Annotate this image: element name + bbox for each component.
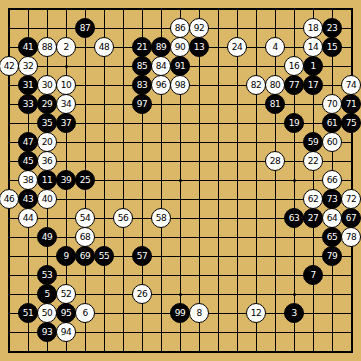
stone-black-53: 53 bbox=[37, 265, 57, 285]
stone-white-96: 96 bbox=[151, 75, 171, 95]
stone-black-65: 65 bbox=[322, 227, 342, 247]
stone-white-62: 62 bbox=[303, 189, 323, 209]
stone-black-1: 1 bbox=[303, 56, 323, 76]
stone-black-89: 89 bbox=[151, 37, 171, 57]
stone-white-48: 48 bbox=[94, 37, 114, 57]
stone-white-52: 52 bbox=[56, 284, 76, 304]
stone-black-9: 9 bbox=[56, 246, 76, 266]
stone-black-49: 49 bbox=[37, 227, 57, 247]
stone-white-80: 80 bbox=[265, 75, 285, 95]
stone-white-6: 6 bbox=[75, 303, 95, 323]
stone-white-44: 44 bbox=[18, 208, 38, 228]
stone-white-12: 12 bbox=[246, 303, 266, 323]
stone-white-34: 34 bbox=[56, 94, 76, 114]
stone-black-57: 57 bbox=[132, 246, 152, 266]
stone-white-94: 94 bbox=[56, 322, 76, 342]
stone-black-73: 73 bbox=[322, 189, 342, 209]
stone-black-87: 87 bbox=[75, 18, 95, 38]
stone-white-66: 66 bbox=[322, 170, 342, 190]
stone-black-45: 45 bbox=[18, 151, 38, 171]
stone-black-75: 75 bbox=[341, 113, 361, 133]
stone-white-74: 74 bbox=[341, 75, 361, 95]
stone-black-21: 21 bbox=[132, 37, 152, 57]
stone-white-36: 36 bbox=[37, 151, 57, 171]
stone-white-14: 14 bbox=[303, 37, 323, 57]
stone-white-78: 78 bbox=[341, 227, 361, 247]
stone-white-90: 90 bbox=[170, 37, 190, 57]
stone-black-51: 51 bbox=[18, 303, 38, 323]
stone-black-27: 27 bbox=[303, 208, 323, 228]
stone-white-88: 88 bbox=[37, 37, 57, 57]
stone-black-55: 55 bbox=[94, 246, 114, 266]
stone-black-7: 7 bbox=[303, 265, 323, 285]
stone-white-46: 46 bbox=[0, 189, 19, 209]
stone-black-19: 19 bbox=[284, 113, 304, 133]
stone-black-79: 79 bbox=[322, 246, 342, 266]
star-point bbox=[179, 293, 182, 296]
stone-black-99: 99 bbox=[170, 303, 190, 323]
stone-white-16: 16 bbox=[284, 56, 304, 76]
stone-black-67: 67 bbox=[341, 208, 361, 228]
stone-black-25: 25 bbox=[75, 170, 95, 190]
stone-white-82: 82 bbox=[246, 75, 266, 95]
star-point bbox=[293, 293, 296, 296]
stone-white-60: 60 bbox=[322, 132, 342, 152]
stone-black-29: 29 bbox=[37, 94, 57, 114]
stone-black-5: 5 bbox=[37, 284, 57, 304]
stone-black-93: 93 bbox=[37, 322, 57, 342]
stone-white-64: 64 bbox=[322, 208, 342, 228]
stone-black-11: 11 bbox=[37, 170, 57, 190]
stone-black-63: 63 bbox=[284, 208, 304, 228]
stone-white-72: 72 bbox=[341, 189, 361, 209]
stone-black-59: 59 bbox=[303, 132, 323, 152]
stone-black-37: 37 bbox=[56, 113, 76, 133]
stone-white-22: 22 bbox=[303, 151, 323, 171]
stone-black-47: 47 bbox=[18, 132, 38, 152]
stone-white-10: 10 bbox=[56, 75, 76, 95]
star-point bbox=[65, 65, 68, 68]
stone-black-81: 81 bbox=[265, 94, 285, 114]
stone-white-58: 58 bbox=[151, 208, 171, 228]
stone-black-31: 31 bbox=[18, 75, 38, 95]
stone-black-41: 41 bbox=[18, 37, 38, 57]
star-point bbox=[179, 179, 182, 182]
stone-white-68: 68 bbox=[75, 227, 95, 247]
stone-black-23: 23 bbox=[322, 18, 342, 38]
stone-black-95: 95 bbox=[56, 303, 76, 323]
stone-white-84: 84 bbox=[151, 56, 171, 76]
go-board: 1234567891011121314151617181920212223242… bbox=[0, 0, 361, 361]
stone-white-86: 86 bbox=[170, 18, 190, 38]
stone-black-39: 39 bbox=[56, 170, 76, 190]
stone-black-17: 17 bbox=[303, 75, 323, 95]
stone-black-35: 35 bbox=[37, 113, 57, 133]
stone-white-20: 20 bbox=[37, 132, 57, 152]
stone-white-18: 18 bbox=[303, 18, 323, 38]
stone-black-91: 91 bbox=[170, 56, 190, 76]
star-point bbox=[293, 179, 296, 182]
stone-black-3: 3 bbox=[284, 303, 304, 323]
stone-white-50: 50 bbox=[37, 303, 57, 323]
stone-white-38: 38 bbox=[18, 170, 38, 190]
stone-black-83: 83 bbox=[132, 75, 152, 95]
stone-white-42: 42 bbox=[0, 56, 19, 76]
stone-black-33: 33 bbox=[18, 94, 38, 114]
stone-white-28: 28 bbox=[265, 151, 285, 171]
stone-white-4: 4 bbox=[265, 37, 285, 57]
stone-white-54: 54 bbox=[75, 208, 95, 228]
stone-white-8: 8 bbox=[189, 303, 209, 323]
stone-white-92: 92 bbox=[189, 18, 209, 38]
stone-white-26: 26 bbox=[132, 284, 152, 304]
stone-white-70: 70 bbox=[322, 94, 342, 114]
stone-black-71: 71 bbox=[341, 94, 361, 114]
stone-black-15: 15 bbox=[322, 37, 342, 57]
stone-black-43: 43 bbox=[18, 189, 38, 209]
stone-black-97: 97 bbox=[132, 94, 152, 114]
stone-white-98: 98 bbox=[170, 75, 190, 95]
stone-white-30: 30 bbox=[37, 75, 57, 95]
stone-white-32: 32 bbox=[18, 56, 38, 76]
stone-black-13: 13 bbox=[189, 37, 209, 57]
stone-black-85: 85 bbox=[132, 56, 152, 76]
stone-white-56: 56 bbox=[113, 208, 133, 228]
stone-black-77: 77 bbox=[284, 75, 304, 95]
stone-white-40: 40 bbox=[37, 189, 57, 209]
stone-white-2: 2 bbox=[56, 37, 76, 57]
stone-black-69: 69 bbox=[75, 246, 95, 266]
stone-black-61: 61 bbox=[322, 113, 342, 133]
stone-white-24: 24 bbox=[227, 37, 247, 57]
